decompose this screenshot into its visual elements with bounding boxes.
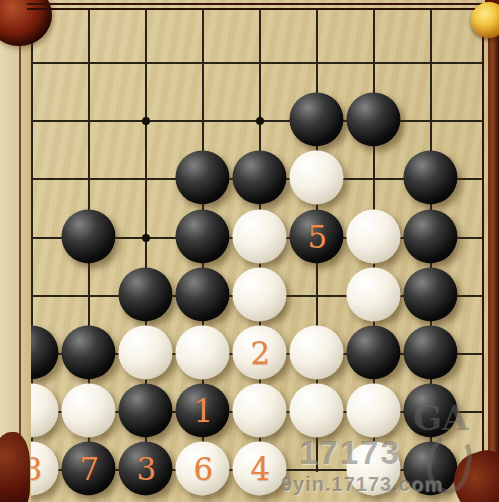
- black-stone[interactable]: [232, 150, 286, 204]
- white-stone[interactable]: [232, 209, 286, 263]
- black-stone[interactable]: [403, 209, 457, 263]
- white-stone[interactable]: [232, 383, 286, 437]
- frame-top-border: [27, 3, 499, 5]
- black-stone[interactable]: [403, 150, 457, 204]
- move-number-label: 1: [194, 396, 214, 427]
- white-stone[interactable]: [346, 209, 400, 263]
- white-stone-move-6[interactable]: 6: [175, 441, 229, 495]
- grid-hline-1: [16, 62, 484, 64]
- white-stone[interactable]: [289, 383, 343, 437]
- black-stone[interactable]: [175, 267, 229, 321]
- frame-right-border-inner: [482, 8, 484, 502]
- white-stone[interactable]: [175, 325, 229, 379]
- star-point: [142, 234, 150, 242]
- move-number-label: 2: [251, 338, 271, 369]
- black-stone[interactable]: [403, 383, 457, 437]
- white-stone[interactable]: [346, 267, 400, 321]
- frame-left-scroll-column: [0, 0, 31, 502]
- watermark-site-url: 9yin.17173.com: [281, 473, 443, 496]
- black-stone[interactable]: [118, 383, 172, 437]
- watermark-17173: 17173: [299, 434, 401, 472]
- gold-bead-icon: [471, 2, 499, 38]
- move-number-label: 5: [308, 222, 328, 253]
- black-stone[interactable]: [346, 325, 400, 379]
- black-stone-move-5[interactable]: 5: [289, 209, 343, 263]
- white-stone[interactable]: [118, 325, 172, 379]
- black-stone[interactable]: [175, 209, 229, 263]
- black-stone-move-1[interactable]: 1: [175, 383, 229, 437]
- white-stone[interactable]: [61, 383, 115, 437]
- move-number-label: 7: [80, 454, 100, 485]
- black-stone[interactable]: [403, 325, 457, 379]
- white-stone[interactable]: [289, 325, 343, 379]
- star-point: [142, 117, 150, 125]
- white-stone-move-4[interactable]: 4: [232, 441, 286, 495]
- frame-top-border-inner: [27, 8, 499, 10]
- frame-bottom-left-ornament: [0, 432, 30, 502]
- goban: 52187364: [0, 0, 499, 502]
- black-stone-move-3[interactable]: 3: [118, 441, 172, 495]
- black-stone[interactable]: [61, 209, 115, 263]
- star-point: [256, 117, 264, 125]
- black-stone[interactable]: [346, 92, 400, 146]
- move-number-label: 3: [137, 454, 157, 485]
- white-stone[interactable]: [289, 150, 343, 204]
- black-stone[interactable]: [61, 325, 115, 379]
- frame-right-border: [488, 0, 499, 502]
- white-stone[interactable]: [232, 267, 286, 321]
- white-stone-move-2[interactable]: 2: [232, 325, 286, 379]
- white-stone[interactable]: [346, 383, 400, 437]
- grid-hline-2: [16, 120, 484, 122]
- black-stone[interactable]: [175, 150, 229, 204]
- black-stone[interactable]: [118, 267, 172, 321]
- move-number-label: 4: [251, 454, 271, 485]
- black-stone[interactable]: [289, 92, 343, 146]
- black-stone-move-7[interactable]: 7: [61, 441, 115, 495]
- black-stone[interactable]: [403, 267, 457, 321]
- go-game-screenshot: 52187364 17173 9yin.17173.com GA: [0, 0, 499, 502]
- frame-left-inner-line: [19, 40, 21, 440]
- move-number-label: 6: [194, 454, 214, 485]
